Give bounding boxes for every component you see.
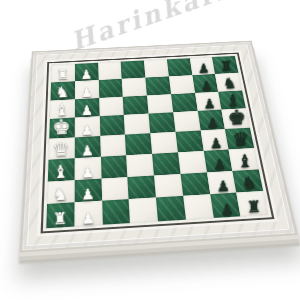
square-r4c7: ♛ [225, 128, 254, 150]
square-r0c7: ♜ [212, 56, 238, 74]
chess-board: ♜♟♟♜♞♟♟♞♝♟♟♝♚♟♟♚♛♟♟♛♝♟♟♝♞♟♟♞♜♟♟♜ [20, 41, 298, 253]
black-pawn: ♟ [209, 178, 236, 194]
square-r2c2 [99, 96, 124, 116]
black-knight: ♞ [236, 175, 263, 193]
square-r2c5 [171, 93, 198, 113]
black-queen: ♛ [228, 129, 254, 149]
square-r1c2 [98, 79, 123, 98]
square-r7c6: ♟ [210, 193, 241, 218]
square-r5c5 [178, 151, 207, 174]
square-r1c5 [169, 75, 195, 94]
square-r6c1: ♟ [74, 178, 101, 202]
square-r5c3 [126, 154, 154, 177]
square-r2c0: ♝ [50, 99, 75, 119]
square-r5c4 [152, 152, 180, 175]
white-pawn: ♟ [74, 67, 98, 81]
white-pawn: ♟ [74, 164, 101, 180]
square-r2c4 [147, 94, 173, 114]
white-queen: ♛ [48, 139, 75, 160]
square-r4c5 [175, 130, 203, 152]
square-r3c0: ♚ [49, 118, 74, 139]
black-pawn: ♟ [194, 78, 218, 92]
square-r1c7: ♞ [215, 73, 242, 92]
black-pawn: ♟ [203, 135, 229, 150]
square-r1c6: ♟ [192, 74, 218, 93]
square-r2c3 [123, 95, 149, 115]
square-r1c4 [145, 76, 170, 95]
white-bishop: ♝ [49, 102, 75, 120]
square-r7c7: ♜ [237, 191, 269, 216]
square-r7c2 [102, 199, 131, 225]
square-r6c6: ♟ [206, 171, 236, 195]
product-photo: ♜♟♟♜♞♟♟♞♝♟♟♝♚♟♟♚♛♟♟♛♝♟♟♝♞♟♟♞♜♟♟♜ Harinka… [0, 0, 300, 300]
black-rook: ♜ [240, 199, 268, 217]
square-r3c5 [173, 111, 200, 132]
white-pawn: ♟ [74, 186, 102, 202]
square-r0c6: ♟ [189, 57, 215, 75]
white-knight: ♞ [46, 186, 74, 205]
square-r6c0: ♞ [47, 180, 74, 204]
square-r3c3 [124, 114, 150, 135]
square-r6c7: ♞ [233, 169, 264, 193]
black-rook: ♜ [215, 59, 239, 74]
square-r7c5 [183, 194, 213, 219]
white-pawn: ♟ [74, 85, 99, 99]
square-r0c3 [121, 61, 145, 79]
square-r1c1: ♟ [75, 80, 99, 99]
square-r3c4 [149, 112, 176, 133]
square-r6c3 [128, 175, 156, 199]
black-pawn: ♟ [206, 156, 233, 172]
square-r6c2 [101, 177, 129, 201]
white-pawn: ♟ [74, 122, 100, 137]
square-r2c7: ♝ [218, 90, 246, 110]
white-bishop: ♝ [47, 162, 74, 181]
square-r1c3 [122, 77, 147, 96]
white-rook: ♜ [46, 210, 75, 228]
square-r0c5 [167, 58, 192, 76]
square-r4c0: ♛ [49, 137, 75, 159]
square-r3c7: ♚ [222, 108, 250, 129]
white-pawn: ♟ [74, 210, 103, 227]
square-r5c0: ♝ [48, 158, 75, 181]
square-r1c0: ♞ [51, 81, 75, 100]
square-r3c1: ♟ [75, 116, 100, 137]
square-r5c7: ♝ [229, 148, 259, 171]
square-r6c4 [154, 174, 183, 198]
square-r4c1: ♟ [75, 136, 101, 158]
square-r4c4 [150, 132, 177, 154]
white-knight: ♞ [50, 84, 75, 100]
white-king: ♚ [48, 117, 74, 139]
black-knight: ♞ [218, 75, 242, 91]
square-r7c3 [129, 198, 158, 223]
black-pawn: ♟ [197, 97, 222, 112]
square-r4c2 [100, 135, 126, 157]
square-r2c1: ♟ [75, 98, 100, 118]
square-r7c1: ♟ [74, 201, 102, 227]
square-r5c6: ♟ [203, 149, 232, 172]
black-pawn: ♟ [191, 61, 215, 75]
black-king: ♚ [224, 107, 250, 129]
white-rook: ♜ [50, 67, 74, 82]
black-pawn: ♟ [200, 115, 225, 130]
white-pawn: ♟ [74, 143, 101, 159]
square-r0c4 [144, 59, 169, 77]
square-r7c4 [156, 196, 186, 221]
square-r2c6: ♟ [195, 91, 222, 111]
board-scene: ♜♟♟♜♞♟♟♞♝♟♟♝♚♟♟♚♛♟♟♛♝♟♟♝♞♟♟♞♜♟♟♜ [14, 2, 286, 274]
white-pawn: ♟ [74, 103, 99, 118]
black-bishop: ♝ [221, 92, 246, 109]
black-pawn: ♟ [213, 201, 241, 218]
square-r5c1: ♟ [74, 157, 101, 180]
square-r6c5 [180, 172, 210, 196]
black-bishop: ♝ [232, 152, 259, 171]
board-squares: ♜♟♟♜♞♟♟♞♝♟♟♝♚♟♟♚♛♟♟♛♝♟♟♝♞♟♟♞♜♟♟♜ [46, 56, 268, 228]
square-r0c1: ♟ [75, 63, 99, 81]
square-r5c2 [100, 155, 127, 178]
square-r4c6: ♟ [200, 129, 229, 151]
square-r0c0: ♜ [51, 64, 75, 82]
square-r3c6: ♟ [197, 110, 225, 131]
square-r7c0: ♜ [46, 203, 74, 229]
square-r4c3 [125, 133, 152, 155]
square-r3c2 [99, 115, 125, 136]
square-r0c2 [98, 62, 122, 80]
